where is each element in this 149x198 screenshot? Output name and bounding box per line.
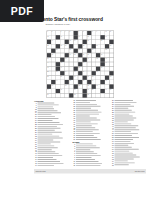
clue-text bbox=[38, 157, 53, 158]
pdf-thumbnail[interactable]: PDF Toronto Star's first crossword Origi… bbox=[0, 0, 149, 198]
grid-cell bbox=[101, 31, 105, 35]
clue-text bbox=[38, 126, 58, 127]
clue-text bbox=[38, 151, 56, 152]
grid-cell bbox=[74, 80, 78, 84]
grid-cell bbox=[51, 89, 55, 93]
clue-text bbox=[76, 147, 100, 148]
clue-text bbox=[115, 129, 140, 130]
cell-number: 69 bbox=[52, 85, 53, 86]
clue-text bbox=[76, 108, 91, 109]
grid-cell bbox=[51, 67, 55, 71]
clue-text bbox=[38, 103, 55, 104]
grid-cell-black bbox=[74, 49, 78, 53]
grid-cell: 71 bbox=[78, 85, 82, 89]
clue-text bbox=[76, 131, 93, 132]
grid-cell-black bbox=[87, 49, 91, 53]
cell-number: 16 bbox=[105, 35, 106, 36]
clue-text bbox=[115, 118, 137, 119]
cell-number: 42 bbox=[96, 58, 97, 59]
clue-text bbox=[76, 110, 98, 111]
clue-text bbox=[115, 100, 134, 101]
grid-cell bbox=[92, 67, 96, 71]
grid-cell bbox=[51, 62, 55, 66]
grid-cell-black bbox=[101, 80, 105, 84]
clue-text bbox=[38, 114, 52, 115]
cell-number: 59 bbox=[61, 76, 62, 77]
cell-number: 13 bbox=[61, 35, 62, 36]
grid-cell: 19 bbox=[74, 40, 78, 44]
clue-text bbox=[38, 161, 60, 162]
grid-cell: 75 bbox=[60, 89, 64, 93]
grid-cell: 16 bbox=[105, 35, 109, 39]
clue-text bbox=[115, 110, 132, 111]
cell-number: 22 bbox=[47, 44, 48, 45]
cell-number: 63 bbox=[110, 76, 111, 77]
clue-text bbox=[76, 165, 101, 166]
grid-cell bbox=[110, 58, 114, 62]
cell-number: 29 bbox=[70, 49, 71, 50]
footer-bar: Toronto Star thestar.com bbox=[34, 169, 146, 174]
clue-text bbox=[115, 108, 129, 109]
clue-item: 18 bbox=[73, 164, 108, 166]
clue-text bbox=[115, 151, 130, 152]
clue-text bbox=[38, 124, 64, 125]
grid-cell: 56 bbox=[83, 71, 87, 75]
clue-text bbox=[38, 112, 61, 113]
grid-cell: 49 bbox=[60, 67, 64, 71]
pdf-badge: PDF bbox=[0, 0, 44, 22]
grid-cell bbox=[78, 40, 82, 44]
cell-number: 37 bbox=[87, 53, 88, 54]
grid-cell: 14 bbox=[78, 35, 82, 39]
clue-text bbox=[76, 133, 100, 134]
grid-cell-black bbox=[56, 35, 60, 39]
grid-cell bbox=[96, 94, 100, 98]
grid-cell bbox=[78, 89, 82, 93]
grid-cell bbox=[101, 85, 105, 89]
grid-cell bbox=[60, 53, 64, 57]
grid-cell bbox=[96, 62, 100, 66]
cell-number: 5 bbox=[70, 31, 71, 32]
grid-cell: 74 bbox=[47, 89, 51, 93]
clue-text bbox=[115, 149, 139, 150]
grid-cell: 7 bbox=[83, 31, 87, 35]
grid-cell: 81 bbox=[47, 94, 51, 98]
grid-cell bbox=[101, 44, 105, 48]
clue-text bbox=[76, 161, 98, 162]
clue-text bbox=[38, 163, 64, 164]
cell-number: 21 bbox=[101, 40, 102, 41]
cell-number: 75 bbox=[61, 89, 62, 90]
grid-cell bbox=[65, 94, 69, 98]
footer-right: thestar.com bbox=[135, 170, 145, 172]
grid-cell: 28 bbox=[56, 49, 60, 53]
clue-text bbox=[38, 108, 54, 109]
cell-number: 64 bbox=[56, 80, 57, 81]
grid-cell: 50 bbox=[78, 67, 82, 71]
grid-cell bbox=[101, 71, 105, 75]
clue-text bbox=[38, 116, 56, 117]
grid-cell bbox=[69, 89, 73, 93]
grid-cell bbox=[110, 62, 114, 66]
grid-cell-black bbox=[56, 89, 60, 93]
cell-number: 83 bbox=[87, 94, 88, 95]
cell-number: 28 bbox=[56, 49, 57, 50]
clue-text bbox=[76, 163, 102, 164]
grid-cell bbox=[96, 89, 100, 93]
grid-cell-black bbox=[56, 62, 60, 66]
clue-text bbox=[115, 137, 140, 138]
grid-cell: 38 bbox=[101, 53, 105, 57]
grid-cell: 83 bbox=[87, 94, 91, 98]
clue-text bbox=[115, 123, 132, 124]
grid-cell bbox=[92, 94, 96, 98]
grid-cell bbox=[56, 40, 60, 44]
cell-number: 40 bbox=[65, 58, 66, 59]
grid-cell: 8 bbox=[92, 31, 96, 35]
grid-cell bbox=[51, 71, 55, 75]
grid-cell bbox=[51, 44, 55, 48]
clue-text bbox=[38, 145, 55, 146]
clue-text bbox=[115, 121, 128, 122]
grid-cell: 4 bbox=[65, 31, 69, 35]
cell-number: 4 bbox=[65, 31, 66, 32]
cell-number: 48 bbox=[47, 67, 48, 68]
cell-number: 56 bbox=[83, 71, 84, 72]
grid-cell: 33 bbox=[51, 53, 55, 57]
clue-text bbox=[76, 112, 102, 113]
clue-text bbox=[38, 134, 53, 135]
page-subtitle: Originally published in 1924 bbox=[46, 23, 71, 25]
footer-left: Toronto Star bbox=[36, 170, 46, 172]
pdf-badge-label: PDF bbox=[11, 5, 34, 17]
grid-cell bbox=[60, 94, 64, 98]
clue-text bbox=[76, 135, 94, 136]
clue-text bbox=[115, 160, 128, 161]
grid-cell bbox=[83, 35, 87, 39]
clue-text bbox=[115, 120, 134, 121]
cell-number: 18 bbox=[70, 40, 71, 41]
cell-number: 49 bbox=[61, 67, 62, 68]
cell-number: 72 bbox=[87, 85, 88, 86]
clue-text bbox=[115, 102, 137, 103]
clue-text bbox=[115, 139, 134, 140]
cell-number: 61 bbox=[87, 76, 88, 77]
grid-cell: 27 bbox=[110, 44, 114, 48]
clue-text bbox=[38, 153, 59, 154]
clue-text bbox=[115, 159, 134, 160]
clue-text bbox=[115, 125, 139, 126]
grid-cell: 2 bbox=[51, 31, 55, 35]
grid-cell bbox=[56, 53, 60, 57]
grid-cell: 22 bbox=[47, 44, 51, 48]
clue-text bbox=[115, 133, 138, 134]
grid-cell: 11 bbox=[110, 31, 114, 35]
cell-number: 60 bbox=[74, 76, 75, 77]
cell-number: 70 bbox=[65, 85, 66, 86]
clue-text bbox=[76, 151, 94, 152]
grid-cell: 21 bbox=[101, 40, 105, 44]
grid-cell: 64 bbox=[56, 80, 60, 84]
cell-number: 8 bbox=[92, 31, 93, 32]
cell-number: 27 bbox=[110, 44, 111, 45]
grid-cell bbox=[51, 76, 55, 80]
crossword-grid: 1234567891011121314151617181920212223242… bbox=[47, 31, 114, 98]
cell-number: 77 bbox=[87, 89, 88, 90]
clue-text bbox=[38, 128, 61, 129]
grid-cell: 47 bbox=[105, 62, 109, 66]
clue-text bbox=[38, 130, 55, 131]
cell-number: 82 bbox=[74, 94, 75, 95]
grid-cell bbox=[92, 35, 96, 39]
clue-text bbox=[115, 164, 129, 165]
cell-number: 2 bbox=[52, 31, 53, 32]
clue-text bbox=[76, 114, 99, 115]
grid-cell bbox=[74, 44, 78, 48]
grid-cell: 23 bbox=[60, 44, 64, 48]
cell-number: 79 bbox=[105, 89, 106, 90]
clue-text bbox=[76, 149, 90, 150]
clue-text bbox=[38, 159, 57, 160]
clue-text bbox=[38, 110, 58, 111]
grid-cell-black bbox=[69, 94, 73, 98]
cell-number: 20 bbox=[87, 40, 88, 41]
grid-cell: 29 bbox=[69, 49, 73, 53]
clue-text bbox=[38, 165, 54, 166]
clue-text bbox=[115, 153, 133, 154]
grid-cell bbox=[92, 53, 96, 57]
clue-text bbox=[38, 118, 59, 119]
cell-number: 52 bbox=[47, 71, 48, 72]
grid-cell bbox=[65, 89, 69, 93]
clue-text bbox=[115, 157, 140, 158]
cell-number: 33 bbox=[52, 53, 53, 54]
clue-text bbox=[38, 149, 52, 150]
clue-text bbox=[76, 120, 100, 121]
grid-cell-black bbox=[83, 89, 87, 93]
clue-item: 49 bbox=[34, 164, 69, 166]
grid-cell bbox=[78, 58, 82, 62]
grid-cell: 60 bbox=[74, 76, 78, 80]
cell-number: 47 bbox=[105, 62, 106, 63]
grid-cell: 42 bbox=[96, 58, 100, 62]
grid-cell bbox=[105, 71, 109, 75]
grid-cell: 31 bbox=[92, 49, 96, 53]
cell-number: 9 bbox=[96, 31, 97, 32]
grid-cell bbox=[92, 58, 96, 62]
grid-cell bbox=[110, 94, 114, 98]
clue-text bbox=[38, 142, 61, 143]
grid-cell: 12 bbox=[47, 35, 51, 39]
grid-cell bbox=[96, 76, 100, 80]
cell-number: 54 bbox=[65, 71, 66, 72]
grid-cell: 54 bbox=[65, 71, 69, 75]
grid-cell bbox=[65, 49, 69, 53]
clue-text bbox=[38, 136, 60, 137]
clue-text bbox=[38, 120, 53, 121]
clue-text bbox=[38, 122, 60, 123]
grid-cell: 79 bbox=[105, 89, 109, 93]
grid-cell: 77 bbox=[87, 89, 91, 93]
clue-text bbox=[115, 106, 135, 107]
grid-cell bbox=[74, 62, 78, 66]
grid-cell bbox=[105, 67, 109, 71]
clue-text bbox=[76, 127, 95, 128]
grid-cell: 13 bbox=[60, 35, 64, 39]
clue-text bbox=[115, 114, 130, 115]
grid-cell: 68 bbox=[105, 80, 109, 84]
cell-number: 78 bbox=[92, 89, 93, 90]
clue-text bbox=[38, 143, 51, 144]
grid-cell: 17 bbox=[51, 40, 55, 44]
grid-cell bbox=[51, 94, 55, 98]
grid-cell bbox=[69, 67, 73, 71]
clue-text bbox=[76, 118, 97, 119]
clue-text bbox=[115, 116, 133, 117]
grid-cell bbox=[65, 76, 69, 80]
grid-cell bbox=[47, 80, 51, 84]
grid-cell bbox=[101, 94, 105, 98]
cell-number: 25 bbox=[83, 44, 84, 45]
cell-number: 58 bbox=[47, 76, 48, 77]
clue-text bbox=[115, 112, 136, 113]
cell-number: 80 bbox=[110, 89, 111, 90]
grid-cell bbox=[83, 49, 87, 53]
clue-text bbox=[38, 147, 58, 148]
cell-number: 35 bbox=[74, 53, 75, 54]
grid-cell: 82 bbox=[74, 94, 78, 98]
clue-text bbox=[38, 140, 54, 141]
grid-cell: 73 bbox=[96, 85, 100, 89]
document-page: PDF Toronto Star's first crossword Origi… bbox=[0, 0, 149, 198]
clue-text bbox=[76, 153, 97, 154]
grid-cell: 61 bbox=[87, 76, 91, 80]
grid-cell bbox=[78, 94, 82, 98]
clue-text bbox=[115, 162, 135, 163]
clue-text bbox=[38, 104, 59, 105]
cell-number: 12 bbox=[47, 35, 48, 36]
grid-cell bbox=[47, 49, 51, 53]
cell-number: 62 bbox=[92, 76, 93, 77]
cell-number: 66 bbox=[83, 80, 84, 81]
cell-number: 17 bbox=[52, 40, 53, 41]
clue-text bbox=[76, 129, 99, 130]
cell-number: 71 bbox=[78, 85, 79, 86]
grid-cell bbox=[65, 35, 69, 39]
grid-cell bbox=[60, 80, 64, 84]
cell-number: 32 bbox=[105, 49, 106, 50]
grid-cell: 5 bbox=[69, 31, 73, 35]
clue-text bbox=[115, 135, 133, 136]
grid-cell: 34 bbox=[69, 53, 73, 57]
clue-text bbox=[115, 141, 131, 142]
cell-number: 7 bbox=[83, 31, 84, 32]
cell-number: 6 bbox=[78, 31, 79, 32]
grid-cell bbox=[56, 58, 60, 62]
grid-cell: 66 bbox=[83, 80, 87, 84]
grid-cell: 58 bbox=[47, 76, 51, 80]
grid-cell bbox=[78, 76, 82, 80]
cell-number: 74 bbox=[47, 89, 48, 90]
grid-cell: 35 bbox=[74, 53, 78, 57]
grid-cell bbox=[105, 40, 109, 44]
grid-cell: 76 bbox=[74, 89, 78, 93]
grid-cell: 63 bbox=[110, 76, 114, 80]
cell-number: 45 bbox=[61, 62, 62, 63]
clue-text bbox=[38, 132, 62, 133]
grid-cell: 24 bbox=[65, 44, 69, 48]
grid-cell bbox=[65, 62, 69, 66]
cell-number: 51 bbox=[101, 67, 102, 68]
grid-cell: 36 bbox=[83, 53, 87, 57]
clue-text bbox=[115, 145, 129, 146]
grid-cell bbox=[96, 49, 100, 53]
grid-cell bbox=[69, 62, 73, 66]
grid-cell bbox=[110, 49, 114, 53]
cell-number: 34 bbox=[70, 53, 71, 54]
grid-cell: 30 bbox=[78, 49, 82, 53]
grid-cell bbox=[69, 71, 73, 75]
cell-number: 43 bbox=[105, 58, 106, 59]
grid-cell-black bbox=[101, 89, 105, 93]
grid-cell bbox=[69, 85, 73, 89]
clue-text bbox=[76, 143, 93, 144]
clue-text bbox=[76, 137, 97, 138]
clue-text bbox=[76, 145, 96, 146]
grid-cell bbox=[105, 94, 109, 98]
grid-cell bbox=[87, 62, 91, 66]
cell-number: 19 bbox=[74, 40, 75, 41]
clue-text bbox=[76, 157, 91, 158]
cell-number: 55 bbox=[74, 71, 75, 72]
grid-cell: 69 bbox=[51, 85, 55, 89]
grid-cell bbox=[60, 49, 64, 53]
grid-cell: 70 bbox=[65, 85, 69, 89]
cell-number: 73 bbox=[96, 85, 97, 86]
cell-number: 10 bbox=[105, 31, 106, 32]
grid-cell bbox=[51, 58, 55, 62]
grid-cell: 40 bbox=[65, 58, 69, 62]
page-title: Toronto Star's first crossword bbox=[35, 16, 103, 22]
cell-number: 36 bbox=[83, 53, 84, 54]
grid-cell-black bbox=[78, 71, 82, 75]
cell-number: 38 bbox=[101, 53, 102, 54]
grid-cell: 32 bbox=[105, 49, 109, 53]
cell-number: 44 bbox=[47, 62, 48, 63]
grid-cell: 65 bbox=[69, 80, 73, 84]
grid-cell-black bbox=[51, 49, 55, 53]
grid-cell: 41 bbox=[87, 58, 91, 62]
clue-text bbox=[38, 155, 63, 156]
grid-cell-black bbox=[78, 53, 82, 57]
clue-text bbox=[115, 127, 136, 128]
cell-number: 57 bbox=[96, 71, 97, 72]
cell-number: 26 bbox=[96, 44, 97, 45]
grid-cell-black bbox=[83, 94, 87, 98]
clue-text bbox=[76, 125, 92, 126]
grid-cell bbox=[110, 67, 114, 71]
grid-cell bbox=[96, 35, 100, 39]
clue-text bbox=[115, 147, 132, 148]
grid-cell: 26 bbox=[96, 44, 100, 48]
cell-number: 39 bbox=[47, 58, 48, 59]
grid-cell bbox=[74, 58, 78, 62]
cell-number: 68 bbox=[105, 80, 106, 81]
grid-cell-black bbox=[101, 58, 105, 62]
cell-number: 53 bbox=[56, 71, 57, 72]
grid-cell: 46 bbox=[83, 62, 87, 66]
cell-number: 14 bbox=[78, 35, 79, 36]
